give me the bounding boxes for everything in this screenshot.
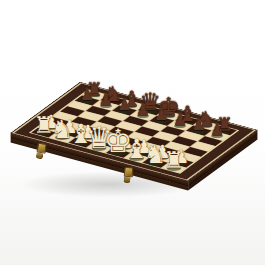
clasp-plate (124, 166, 134, 177)
chess-set-photo: ♜♞♝♛♚♝♞♜♟♟♟♟♟♟♟♟♟♟♟♟♟♟♟♟♜♞♝♛♚♝♞♜ (0, 0, 265, 265)
black-pawn[interactable]: ♟ (155, 108, 169, 124)
black-pawn[interactable]: ♟ (173, 114, 187, 130)
black-pawn[interactable]: ♟ (117, 98, 131, 114)
black-pawn[interactable]: ♟ (210, 124, 224, 140)
black-pawn[interactable]: ♟ (80, 88, 94, 104)
white-rook[interactable]: ♜ (163, 149, 184, 172)
black-pawn[interactable]: ♟ (192, 119, 206, 135)
clasp-hook (124, 176, 131, 182)
black-pawn[interactable]: ♟ (136, 103, 150, 119)
brass-clasp-icon (124, 166, 132, 179)
black-pawn[interactable]: ♟ (99, 93, 113, 109)
